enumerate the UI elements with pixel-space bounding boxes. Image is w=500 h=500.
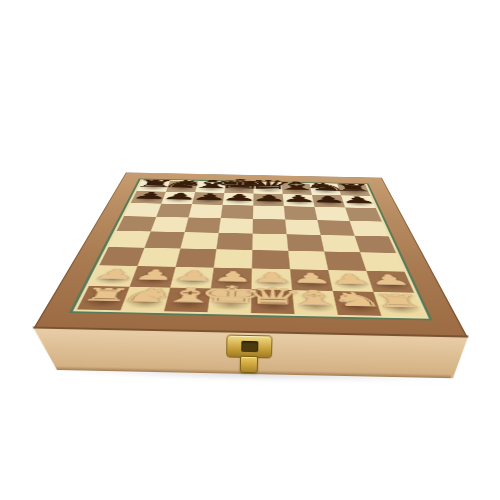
square-f3 [288, 251, 328, 270]
square-e6 [253, 206, 285, 220]
square-d2 [211, 268, 252, 290]
square-h5 [350, 221, 389, 237]
square-a7 [131, 191, 166, 204]
square-c6 [189, 204, 223, 218]
square-b4 [144, 231, 184, 248]
square-e4 [252, 234, 288, 251]
square-g5 [317, 220, 354, 236]
square-f4 [287, 234, 325, 251]
square-g4 [321, 235, 361, 252]
square-e3 [252, 250, 290, 269]
square-e7 [253, 194, 284, 207]
square-e1 [251, 289, 294, 314]
square-b5 [151, 217, 189, 232]
square-d7 [223, 193, 254, 206]
square-d6 [221, 205, 254, 219]
product-photo: ♜♞♝♚♛♝♞♜♟♟♟♟♟♟♟♟♟♟♟♟♟♟♟♟♜♞♝♚♛♝♞♜ [0, 0, 500, 500]
square-d5 [219, 218, 253, 233]
square-b1 [121, 287, 171, 312]
square-c5 [185, 217, 221, 232]
square-h1 [373, 292, 425, 317]
perspective-scene: ♜♞♝♚♛♝♞♜♟♟♟♟♟♟♟♟♟♟♟♟♟♟♟♟♜♞♝♚♛♝♞♜ [0, 0, 500, 500]
chess-board-top: ♜♞♝♚♛♝♞♜♟♟♟♟♟♟♟♟♟♟♟♟♟♟♟♟♜♞♝♚♛♝♞♜ [33, 172, 468, 337]
square-f1 [292, 290, 338, 315]
square-h6 [345, 207, 382, 221]
square-h2 [366, 271, 414, 293]
pieces-layer: ♜♞♝♚♛♝♞♜♟♟♟♟♟♟♟♟♟♟♟♟♟♟♟♟♜♞♝♚♛♝♞♜ [126, 172, 382, 177]
square-c3 [176, 248, 217, 267]
square-f2 [290, 269, 333, 291]
square-h7 [341, 195, 376, 208]
checkerboard [77, 180, 425, 317]
square-h4 [355, 236, 396, 253]
board-border-line [69, 179, 434, 321]
clasp-hasp [240, 356, 258, 373]
square-c4 [180, 232, 218, 249]
square-g7 [312, 195, 345, 208]
square-b7 [161, 192, 195, 205]
square-d1 [208, 288, 252, 313]
square-b6 [156, 204, 192, 218]
brass-clasp [226, 335, 273, 376]
clasp-slot [241, 341, 258, 352]
square-f5 [285, 220, 320, 235]
square-b2 [130, 266, 176, 288]
square-f6 [284, 206, 318, 220]
square-h3 [360, 252, 404, 271]
square-e5 [253, 219, 287, 234]
square-g6 [315, 207, 350, 221]
square-f7 [283, 194, 315, 207]
square-d3 [214, 249, 253, 268]
square-c7 [192, 192, 224, 205]
square-c1 [164, 288, 211, 313]
square-b3 [137, 248, 180, 267]
square-e2 [251, 268, 292, 290]
scene-tilt-wrapper: ♜♞♝♚♛♝♞♜♟♟♟♟♟♟♟♟♟♟♟♟♟♟♟♟♜♞♝♚♛♝♞♜ [0, 0, 500, 500]
square-d4 [216, 233, 252, 250]
square-c2 [170, 267, 214, 289]
